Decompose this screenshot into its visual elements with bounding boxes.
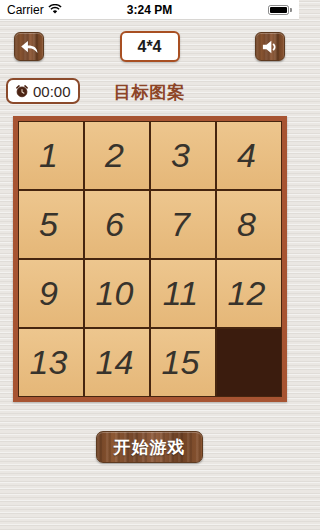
speaker-icon [261, 39, 279, 55]
grid-size-selector[interactable]: 4*4 [120, 31, 180, 62]
tile-13[interactable]: 13 [19, 329, 83, 396]
tile-9[interactable]: 9 [19, 260, 83, 327]
tile-5[interactable]: 5 [19, 191, 83, 258]
tile-10[interactable]: 10 [85, 260, 149, 327]
toolbar: 4*4 [0, 31, 299, 62]
tile-11[interactable]: 11 [151, 260, 215, 327]
back-button[interactable] [14, 32, 44, 61]
back-arrow-icon [20, 39, 39, 55]
tile-8[interactable]: 8 [217, 191, 281, 258]
tile-7[interactable]: 7 [151, 191, 215, 258]
start-game-button[interactable]: 开始游戏 [96, 431, 203, 463]
battery-icon [268, 5, 292, 15]
tile-3[interactable]: 3 [151, 122, 215, 189]
wifi-icon [48, 4, 62, 15]
tile-2[interactable]: 2 [85, 122, 149, 189]
puzzle-board: 123456789101112131415 [13, 116, 287, 402]
tile-14[interactable]: 14 [85, 329, 149, 396]
tile-4[interactable]: 4 [217, 122, 281, 189]
status-bar: Carrier 3:24 PM [0, 0, 299, 20]
tile-12[interactable]: 12 [217, 260, 281, 327]
page-title: 目标图案 [0, 81, 299, 104]
tile-15[interactable]: 15 [151, 329, 215, 396]
info-row: 00:00 目标图案 [0, 78, 299, 104]
carrier-label: Carrier [7, 3, 44, 17]
tile-1[interactable]: 1 [19, 122, 83, 189]
empty-cell [217, 329, 281, 396]
sound-button[interactable] [255, 32, 285, 61]
tile-6[interactable]: 6 [85, 191, 149, 258]
